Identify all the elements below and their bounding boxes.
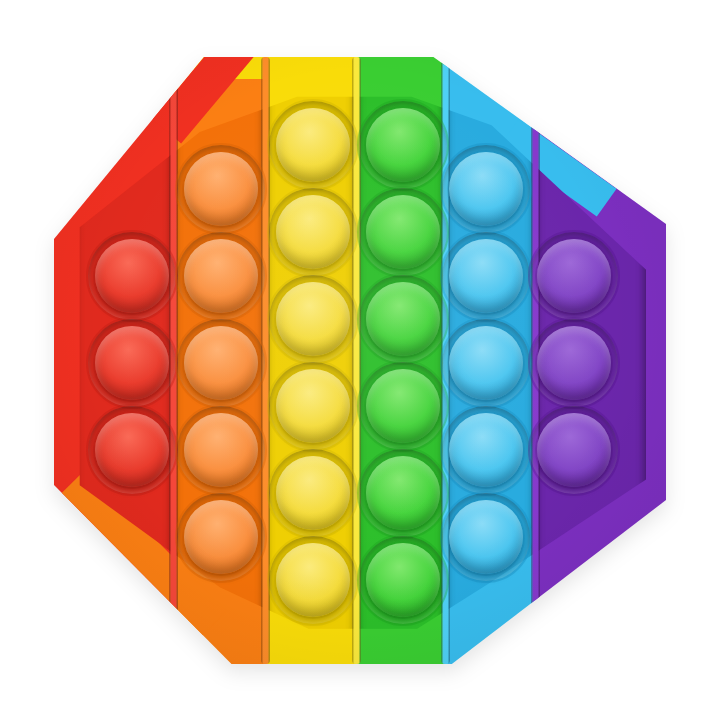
bubble-yellow-6-unpopped[interactable] xyxy=(276,543,350,617)
bubble-green-4-unpopped[interactable] xyxy=(366,369,440,443)
bubble-socket-green-3 xyxy=(357,273,449,365)
bubble-blue-2-unpopped[interactable] xyxy=(449,239,523,313)
bubble-socket-yellow-4 xyxy=(267,360,359,452)
bubble-socket-blue-5 xyxy=(440,491,532,583)
bubble-green-2-unpopped[interactable] xyxy=(366,195,440,269)
bubble-orange-3-unpopped[interactable] xyxy=(184,326,258,400)
bubble-socket-blue-1 xyxy=(440,143,532,235)
bubble-socket-red-3 xyxy=(86,404,178,496)
bubble-red-2-unpopped[interactable] xyxy=(95,326,169,400)
bubble-socket-orange-1 xyxy=(175,143,267,235)
bubble-socket-yellow-6 xyxy=(267,534,359,626)
toy-shadow-wrap xyxy=(0,0,720,720)
bubble-green-1-unpopped[interactable] xyxy=(366,108,440,182)
bubble-blue-3-unpopped[interactable] xyxy=(449,326,523,400)
bubble-yellow-1-unpopped[interactable] xyxy=(276,108,350,182)
bubble-socket-yellow-3 xyxy=(267,273,359,365)
bubble-socket-green-4 xyxy=(357,360,449,452)
bubble-socket-yellow-2 xyxy=(267,186,359,278)
bubble-socket-orange-5 xyxy=(175,491,267,583)
bubble-yellow-2-unpopped[interactable] xyxy=(276,195,350,269)
bubble-socket-purple-3 xyxy=(528,404,620,496)
bubble-socket-yellow-5 xyxy=(267,447,359,539)
bubble-yellow-3-unpopped[interactable] xyxy=(276,282,350,356)
bubble-yellow-4-unpopped[interactable] xyxy=(276,369,350,443)
bubble-orange-2-unpopped[interactable] xyxy=(184,239,258,313)
bubble-socket-blue-3 xyxy=(440,317,532,409)
bubble-orange-4-unpopped[interactable] xyxy=(184,413,258,487)
bubble-green-3-unpopped[interactable] xyxy=(366,282,440,356)
bubble-socket-blue-4 xyxy=(440,404,532,496)
bubble-red-1-unpopped[interactable] xyxy=(95,239,169,313)
bubble-socket-yellow-1 xyxy=(267,99,359,191)
bubble-socket-purple-1 xyxy=(528,230,620,322)
bubble-blue-5-unpopped[interactable] xyxy=(449,500,523,574)
bubble-socket-purple-2 xyxy=(528,317,620,409)
bubble-socket-green-1 xyxy=(357,99,449,191)
bubble-yellow-5-unpopped[interactable] xyxy=(276,456,350,530)
bubble-purple-3-unpopped[interactable] xyxy=(537,413,611,487)
bubble-blue-4-unpopped[interactable] xyxy=(449,413,523,487)
bubble-socket-red-1 xyxy=(86,230,178,322)
bubble-socket-red-2 xyxy=(86,317,178,409)
bubble-orange-1-unpopped[interactable] xyxy=(184,152,258,226)
pop-it-toy xyxy=(54,57,666,664)
bubble-green-6-unpopped[interactable] xyxy=(366,543,440,617)
bubble-green-5-unpopped[interactable] xyxy=(366,456,440,530)
bubble-purple-1-unpopped[interactable] xyxy=(537,239,611,313)
bubble-socket-orange-4 xyxy=(175,404,267,496)
bubble-socket-green-6 xyxy=(357,534,449,626)
bubble-blue-1-unpopped[interactable] xyxy=(449,152,523,226)
bubble-red-3-unpopped[interactable] xyxy=(95,413,169,487)
bubble-socket-orange-3 xyxy=(175,317,267,409)
bubble-orange-5-unpopped[interactable] xyxy=(184,500,258,574)
bubble-socket-orange-2 xyxy=(175,230,267,322)
bubble-socket-blue-2 xyxy=(440,230,532,322)
bubble-socket-green-2 xyxy=(357,186,449,278)
bubble-purple-2-unpopped[interactable] xyxy=(537,326,611,400)
photo-stage xyxy=(0,0,720,720)
bubble-socket-green-5 xyxy=(357,447,449,539)
